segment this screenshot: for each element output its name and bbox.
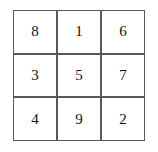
cell-r3c1: 4	[14, 98, 56, 140]
cell-r3c3: 2	[102, 98, 144, 140]
cell-r1c2: 1	[58, 11, 100, 53]
cell-r1c1: 8	[14, 11, 56, 53]
cell-r2c2: 5	[58, 55, 100, 97]
cell-r2c3: 7	[102, 55, 144, 97]
cell-r3c2: 9	[58, 98, 100, 140]
magic-square-board: 816357492	[13, 10, 145, 141]
cell-r2c1: 3	[14, 55, 56, 97]
cell-r1c3: 6	[102, 11, 144, 53]
